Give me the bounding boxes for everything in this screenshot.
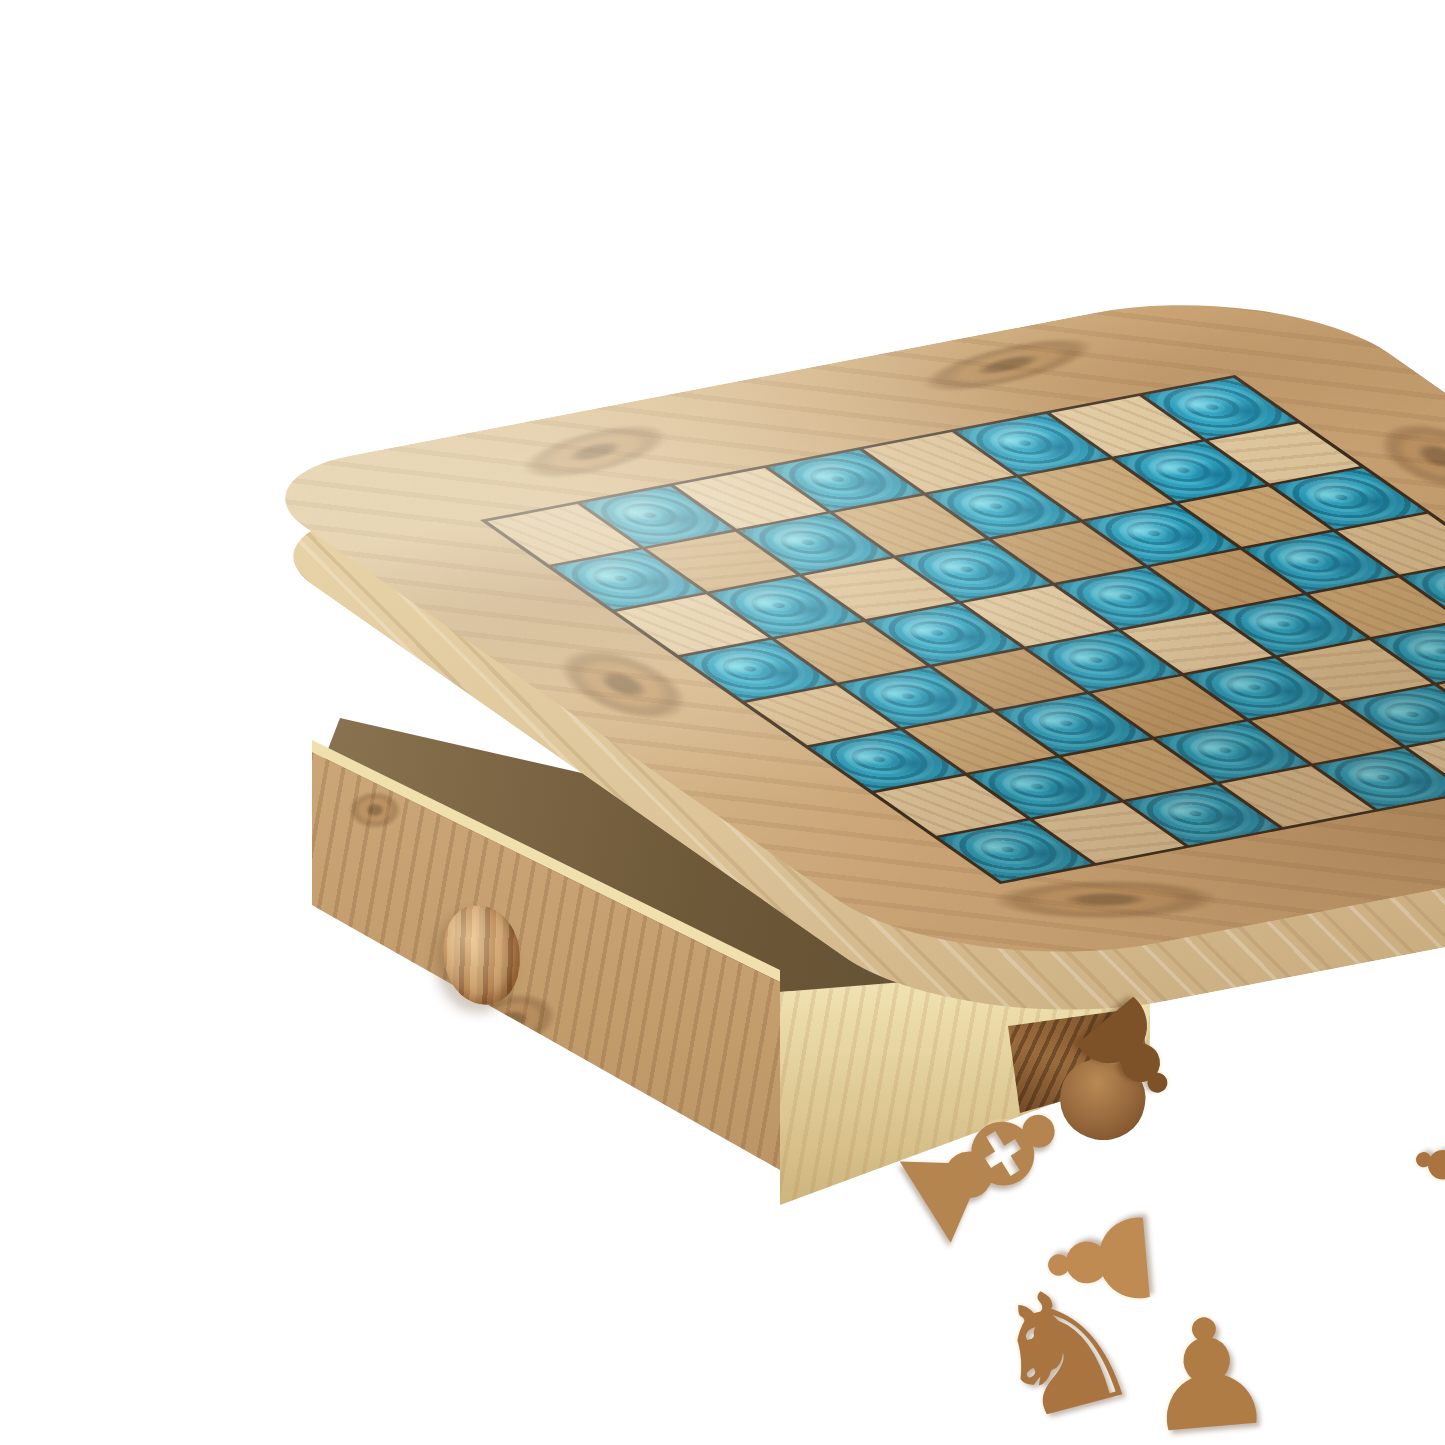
loose-piece-pawn-5: ♟ <box>1395 1114 1445 1221</box>
loose-piece-pawn-4: ♟ <box>1134 1294 1281 1445</box>
product-photo-scene: ♝♟♟♞♟♟ <box>0 0 1445 1445</box>
wood-knot <box>936 869 1275 930</box>
